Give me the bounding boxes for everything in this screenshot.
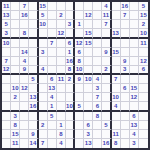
cell-r7c5[interactable] [39, 57, 48, 66]
cell-r13c15[interactable]: 6 [130, 112, 139, 121]
cell-r11c2[interactable]: 2 [11, 93, 20, 102]
cell-r10c8[interactable] [66, 84, 75, 93]
cell-r10c13[interactable] [112, 84, 121, 93]
cell-r4c2[interactable] [11, 29, 20, 38]
cell-r12c8[interactable]: 10 [66, 102, 75, 111]
cell-r6c4[interactable] [29, 48, 38, 57]
cell-r12c3[interactable] [20, 102, 29, 111]
cell-r2c11[interactable] [93, 11, 102, 20]
cell-r2c8[interactable] [66, 11, 75, 20]
cell-r16c11[interactable] [93, 139, 102, 148]
cell-r15c1[interactable] [2, 130, 11, 139]
cell-r9c4[interactable]: 5 [29, 75, 38, 84]
cell-r12c13[interactable]: 4 [112, 102, 121, 111]
cell-r16c8[interactable] [66, 139, 75, 148]
cell-r15c6[interactable] [48, 130, 57, 139]
cell-r14c11[interactable] [93, 121, 102, 130]
cell-r12c11[interactable]: 6 [93, 102, 102, 111]
cell-r4c12[interactable] [102, 29, 111, 38]
cell-r13c10[interactable] [84, 112, 93, 121]
cell-r7c3[interactable]: 4 [20, 57, 29, 66]
cell-r7c10[interactable] [84, 57, 93, 66]
cell-r12c16[interactable] [139, 102, 148, 111]
cell-r13c4[interactable] [29, 112, 38, 121]
cell-r11c1[interactable] [2, 93, 11, 102]
cell-r1c10[interactable] [84, 2, 93, 11]
cell-r1c11[interactable] [93, 2, 102, 11]
cell-r10c11[interactable]: 3 [93, 84, 102, 93]
cell-r8c14[interactable]: 3 [121, 66, 130, 75]
cell-r3c10[interactable] [84, 20, 93, 29]
cell-r10c9[interactable] [75, 84, 84, 93]
cell-r13c9[interactable] [75, 112, 84, 121]
cell-r16c2[interactable]: 11 [11, 139, 20, 148]
cell-r14c6[interactable] [48, 121, 57, 130]
cell-r8c16[interactable]: 6 [139, 66, 148, 75]
cell-r1c7[interactable] [57, 2, 66, 11]
cell-r11c8[interactable] [66, 93, 75, 102]
cell-r14c15[interactable]: 13 [130, 121, 139, 130]
cell-r14c7[interactable]: 1 [57, 121, 66, 130]
cell-r1c3[interactable]: 7 [20, 2, 29, 11]
cell-r15c15[interactable]: 4 [130, 130, 139, 139]
cell-r14c10[interactable]: 6 [84, 121, 93, 130]
cell-r8c4[interactable] [29, 66, 38, 75]
cell-r2c7[interactable]: 2 [57, 11, 66, 20]
cell-r16c5[interactable]: 7 [39, 139, 48, 148]
cell-r16c6[interactable] [48, 139, 57, 148]
cell-r10c5[interactable] [39, 84, 48, 93]
cell-r5c14[interactable] [121, 39, 130, 48]
cell-r6c1[interactable] [2, 48, 11, 57]
cell-r5c15[interactable] [130, 39, 139, 48]
cell-r12c10[interactable] [84, 102, 93, 111]
cell-r14c1[interactable] [2, 121, 11, 130]
cell-r6c6[interactable] [48, 48, 57, 57]
cell-r7c15[interactable] [130, 57, 139, 66]
cell-r12c14[interactable] [121, 102, 130, 111]
cell-r11c7[interactable] [57, 93, 66, 102]
cell-r13c7[interactable] [57, 112, 66, 121]
cell-r10c4[interactable] [29, 84, 38, 93]
cell-r7c9[interactable]: 8 [75, 57, 84, 66]
cell-r7c8[interactable]: 16 [66, 57, 75, 66]
cell-r16c3[interactable] [20, 139, 29, 148]
cell-r1c2[interactable] [11, 2, 20, 11]
cell-r14c5[interactable]: 2 [39, 121, 48, 130]
cell-r5c11[interactable] [93, 39, 102, 48]
cell-r5c16[interactable]: 11 [139, 39, 148, 48]
cell-r3c1[interactable]: 5 [2, 20, 11, 29]
cell-r15c12[interactable] [102, 130, 111, 139]
cell-r5c4[interactable] [29, 39, 38, 48]
cell-r10c12[interactable] [102, 84, 111, 93]
cell-r3c13[interactable] [112, 20, 121, 29]
cell-r9c14[interactable] [121, 75, 130, 84]
cell-r13c5[interactable] [39, 112, 48, 121]
cell-r2c2[interactable] [11, 11, 20, 20]
cell-r15c9[interactable] [75, 130, 84, 139]
cell-r9c10[interactable]: 10 [84, 75, 93, 84]
cell-r13c14[interactable] [121, 112, 130, 121]
cell-r14c12[interactable]: 5 [102, 121, 111, 130]
cell-r9c15[interactable] [130, 75, 139, 84]
cell-r16c7[interactable]: 4 [57, 139, 66, 148]
cell-r1c8[interactable] [66, 2, 75, 11]
cell-r11c4[interactable]: 13 [29, 93, 38, 102]
cell-r15c16[interactable] [139, 130, 148, 139]
cell-r7c6[interactable] [48, 57, 57, 66]
cell-r11c12[interactable] [102, 93, 111, 102]
cell-r13c16[interactable] [139, 112, 148, 121]
cell-r6c8[interactable]: 1 [66, 48, 75, 57]
cell-r5c8[interactable]: 6 [66, 39, 75, 48]
cell-r7c1[interactable]: 7 [2, 57, 11, 66]
cell-r5c7[interactable] [57, 39, 66, 48]
cell-r3c11[interactable] [93, 20, 102, 29]
cell-r12c2[interactable] [11, 102, 20, 111]
cell-r16c9[interactable] [75, 139, 84, 148]
cell-r2c13[interactable] [112, 11, 121, 20]
cell-r11c15[interactable]: 12 [130, 93, 139, 102]
cell-r8c2[interactable] [11, 66, 20, 75]
cell-r4c16[interactable]: 10 [139, 29, 148, 38]
cell-r14c14[interactable] [121, 121, 130, 130]
cell-r9c8[interactable]: 2 [66, 75, 75, 84]
cell-r6c13[interactable]: 15 [112, 48, 121, 57]
cell-r2c9[interactable] [75, 11, 84, 20]
cell-r14c2[interactable]: 8 [11, 121, 20, 130]
cell-r12c6[interactable]: 1 [48, 102, 57, 111]
cell-r9c9[interactable]: 9 [75, 75, 84, 84]
cell-r7c7[interactable] [57, 57, 66, 66]
cell-r13c8[interactable] [66, 112, 75, 121]
cell-r2c4[interactable] [29, 11, 38, 20]
cell-r4c14[interactable] [121, 29, 130, 38]
cell-r9c11[interactable]: 4 [93, 75, 102, 84]
cell-r16c14[interactable] [121, 139, 130, 148]
cell-r1c4[interactable] [29, 2, 38, 11]
cell-r15c10[interactable]: 3 [84, 130, 93, 139]
cell-r8c5[interactable]: 4 [39, 66, 48, 75]
cell-r5c9[interactable]: 12 [75, 39, 84, 48]
cell-r10c7[interactable] [57, 84, 66, 93]
cell-r15c5[interactable] [39, 130, 48, 139]
cell-r4c10[interactable]: 15 [84, 29, 93, 38]
cell-r7c2[interactable] [11, 57, 20, 66]
cell-r12c12[interactable] [102, 102, 111, 111]
cell-r16c13[interactable]: 8 [112, 139, 121, 148]
cell-r10c15[interactable]: 15 [130, 84, 139, 93]
cell-r7c12[interactable] [102, 57, 111, 66]
cell-r15c8[interactable] [66, 130, 75, 139]
cell-r4c4[interactable] [29, 29, 38, 38]
cell-r3c7[interactable] [57, 20, 66, 29]
cell-r11c10[interactable] [84, 93, 93, 102]
cell-r12c15[interactable] [130, 102, 139, 111]
cell-r6c16[interactable] [139, 48, 148, 57]
cell-r8c9[interactable]: 10 [75, 66, 84, 75]
cell-r12c7[interactable] [57, 102, 66, 111]
cell-r15c11[interactable] [93, 130, 102, 139]
cell-r16c4[interactable]: 14 [29, 139, 38, 148]
cell-r2c16[interactable]: 15 [139, 11, 148, 20]
cell-r5c12[interactable] [102, 39, 111, 48]
cell-r9c5[interactable] [39, 75, 48, 84]
cell-r1c9[interactable] [75, 2, 84, 11]
cell-r4c9[interactable] [75, 29, 84, 38]
cell-r14c4[interactable] [29, 121, 38, 130]
cell-r13c6[interactable]: 5 [48, 112, 57, 121]
cell-r15c2[interactable]: 15 [11, 130, 20, 139]
cell-r2c1[interactable]: 13 [2, 11, 11, 20]
cell-r1c5[interactable]: 15 [39, 2, 48, 11]
cell-r2c6[interactable] [48, 11, 57, 20]
cell-r2c3[interactable]: 16 [20, 11, 29, 20]
cell-r8c3[interactable]: 9 [20, 66, 29, 75]
cell-r6c15[interactable] [130, 48, 139, 57]
cell-r2c15[interactable] [130, 11, 139, 20]
cell-r9c3[interactable] [20, 75, 29, 84]
cell-r1c15[interactable] [130, 2, 139, 11]
sudoku-board: 1171541651316521211715510317238121513101… [0, 0, 150, 150]
cell-r4c11[interactable] [93, 29, 102, 38]
cell-r9c7[interactable]: 11 [57, 75, 66, 84]
cell-r3c8[interactable]: 3 [66, 20, 75, 29]
cell-r10c16[interactable] [139, 84, 148, 93]
cell-r9c12[interactable] [102, 75, 111, 84]
cell-r9c13[interactable]: 7 [112, 75, 121, 84]
cell-r11c11[interactable]: 7 [93, 93, 102, 102]
cell-r15c13[interactable]: 11 [112, 130, 121, 139]
cell-r3c4[interactable] [29, 20, 38, 29]
cell-r8c6[interactable] [48, 66, 57, 75]
cell-r6c12[interactable]: 9 [102, 48, 111, 57]
cell-r14c8[interactable] [66, 121, 75, 130]
cell-r11c16[interactable] [139, 93, 148, 102]
cell-r6c2[interactable] [11, 48, 20, 57]
cell-r13c13[interactable] [112, 112, 121, 121]
cell-r2c10[interactable]: 12 [84, 11, 93, 20]
cell-r6c3[interactable]: 14 [20, 48, 29, 57]
cell-r6c11[interactable] [93, 48, 102, 57]
cell-r5c5[interactable] [39, 39, 48, 48]
cell-r10c2[interactable]: 10 [11, 84, 20, 93]
cell-r7c14[interactable]: 9 [121, 57, 130, 66]
cell-r1c12[interactable]: 4 [102, 2, 111, 11]
cell-r3c9[interactable]: 1 [75, 20, 84, 29]
cell-r4c7[interactable]: 12 [57, 29, 66, 38]
cell-r13c2[interactable]: 3 [11, 112, 20, 121]
cell-r8c1[interactable]: 12 [2, 66, 11, 75]
cell-r3c16[interactable]: 2 [139, 20, 148, 29]
cell-r3c3[interactable] [20, 20, 29, 29]
cell-r9c6[interactable]: 6 [48, 75, 57, 84]
cell-r1c13[interactable] [112, 2, 121, 11]
cell-r11c9[interactable] [75, 93, 84, 102]
cell-r7c16[interactable]: 12 [139, 57, 148, 66]
cell-r5c2[interactable] [11, 39, 20, 48]
cell-r5c6[interactable]: 7 [48, 39, 57, 48]
cell-r10c14[interactable]: 6 [121, 84, 130, 93]
cell-r12c1[interactable] [2, 102, 11, 111]
cell-r15c14[interactable] [121, 130, 130, 139]
cell-r3c12[interactable]: 7 [102, 20, 111, 29]
cell-r4c1[interactable]: 3 [2, 29, 11, 38]
cell-r1c1[interactable]: 11 [2, 2, 11, 11]
cell-r11c13[interactable]: 10 [112, 93, 121, 102]
cell-r10c6[interactable]: 13 [48, 84, 57, 93]
cell-r8c12[interactable]: 2 [102, 66, 111, 75]
cell-r9c2[interactable] [11, 75, 20, 84]
cell-r10c3[interactable]: 12 [20, 84, 29, 93]
cell-r3c6[interactable] [48, 20, 57, 29]
cell-r13c11[interactable]: 8 [93, 112, 102, 121]
cell-r3c14[interactable] [121, 20, 130, 29]
cell-r5c10[interactable]: 15 [84, 39, 93, 48]
cell-r9c1[interactable] [2, 75, 11, 84]
cell-r3c5[interactable]: 10 [39, 20, 48, 29]
cell-r4c15[interactable] [130, 29, 139, 38]
cell-r3c2[interactable] [11, 20, 20, 29]
cell-r6c7[interactable] [57, 48, 66, 57]
cell-r6c5[interactable]: 3 [39, 48, 48, 57]
cell-r15c3[interactable] [20, 130, 29, 139]
cell-r13c1[interactable] [2, 112, 11, 121]
cell-r14c9[interactable] [75, 121, 84, 130]
cell-r12c9[interactable]: 5 [75, 102, 84, 111]
cell-r10c10[interactable] [84, 84, 93, 93]
cell-r16c12[interactable]: 16 [102, 139, 111, 148]
cell-r13c3[interactable] [20, 112, 29, 121]
cell-r7c13[interactable] [112, 57, 121, 66]
cell-r8c11[interactable] [93, 66, 102, 75]
cell-r7c4[interactable] [29, 57, 38, 66]
cell-r2c12[interactable]: 11 [102, 11, 111, 20]
cell-r11c6[interactable]: 4 [48, 93, 57, 102]
cell-r2c14[interactable]: 7 [121, 11, 130, 20]
cell-r1c6[interactable] [48, 2, 57, 11]
cell-r15c7[interactable]: 8 [57, 130, 66, 139]
cell-r5c1[interactable]: 10 [2, 39, 11, 48]
cell-r4c8[interactable] [66, 29, 75, 38]
cell-r8c10[interactable] [84, 66, 93, 75]
cell-r8c7[interactable] [57, 66, 66, 75]
cell-r4c5[interactable] [39, 29, 48, 38]
cell-r1c16[interactable]: 5 [139, 2, 148, 11]
cell-r6c9[interactable]: 6 [75, 48, 84, 57]
cell-r11c5[interactable] [39, 93, 48, 102]
cell-r3c15[interactable] [130, 20, 139, 29]
cell-r8c15[interactable] [130, 66, 139, 75]
cell-r16c16[interactable] [139, 139, 148, 148]
cell-r4c3[interactable]: 8 [20, 29, 29, 38]
cell-r4c6[interactable] [48, 29, 57, 38]
cell-r9c16[interactable] [139, 75, 148, 84]
cell-r14c3[interactable] [20, 121, 29, 130]
cell-r2c5[interactable]: 5 [39, 11, 48, 20]
cell-r12c4[interactable]: 16 [29, 102, 38, 111]
cell-r8c13[interactable] [112, 66, 121, 75]
cell-r12c5[interactable] [39, 102, 48, 111]
cell-r8c8[interactable]: 8 [66, 66, 75, 75]
cell-r10c1[interactable] [2, 84, 11, 93]
cell-r1c14[interactable]: 16 [121, 2, 130, 11]
cell-r5c13[interactable] [112, 39, 121, 48]
cell-r15c4[interactable]: 9 [29, 130, 38, 139]
cell-r13c12[interactable] [102, 112, 111, 121]
cell-r6c14[interactable] [121, 48, 130, 57]
cell-r7c11[interactable] [93, 57, 102, 66]
cell-r14c16[interactable] [139, 121, 148, 130]
cell-r4c13[interactable]: 13 [112, 29, 121, 38]
cell-r11c3[interactable] [20, 93, 29, 102]
cell-r16c10[interactable]: 13 [84, 139, 93, 148]
cell-r5c3[interactable] [20, 39, 29, 48]
cell-r6c10[interactable] [84, 48, 93, 57]
cell-r16c1[interactable] [2, 139, 11, 148]
cell-r11c14[interactable] [121, 93, 130, 102]
cell-r16c15[interactable]: 3 [130, 139, 139, 148]
cell-r14c13[interactable] [112, 121, 121, 130]
